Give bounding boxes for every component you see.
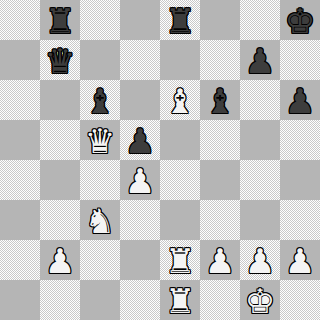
square-d5[interactable]: ♟ bbox=[120, 120, 160, 160]
black-pawn[interactable]: ♟ bbox=[120, 120, 160, 160]
white-pawn[interactable]: ♟ bbox=[240, 240, 280, 280]
black-bishop[interactable]: ♝ bbox=[200, 80, 240, 120]
square-h3[interactable] bbox=[280, 200, 320, 240]
square-c3[interactable]: ♞ bbox=[80, 200, 120, 240]
square-d6[interactable] bbox=[120, 80, 160, 120]
square-a2[interactable] bbox=[0, 240, 40, 280]
square-f2[interactable]: ♟ bbox=[200, 240, 240, 280]
square-a1[interactable] bbox=[0, 280, 40, 320]
square-c6[interactable]: ♝ bbox=[80, 80, 120, 120]
square-b5[interactable] bbox=[40, 120, 80, 160]
square-f5[interactable] bbox=[200, 120, 240, 160]
square-f7[interactable] bbox=[200, 40, 240, 80]
square-a6[interactable] bbox=[0, 80, 40, 120]
square-g2[interactable]: ♟ bbox=[240, 240, 280, 280]
square-g8[interactable] bbox=[240, 0, 280, 40]
square-g6[interactable] bbox=[240, 80, 280, 120]
square-h7[interactable] bbox=[280, 40, 320, 80]
square-g5[interactable] bbox=[240, 120, 280, 160]
chess-board: ♜♜♚♛♟♝♝♝♟♛♟♟♞♟♜♟♟♟♜♚ bbox=[0, 0, 320, 320]
square-d4[interactable]: ♟ bbox=[120, 160, 160, 200]
square-d1[interactable] bbox=[120, 280, 160, 320]
square-g4[interactable] bbox=[240, 160, 280, 200]
square-e7[interactable] bbox=[160, 40, 200, 80]
square-c5[interactable]: ♛ bbox=[80, 120, 120, 160]
square-h8[interactable]: ♚ bbox=[280, 0, 320, 40]
white-pawn[interactable]: ♟ bbox=[120, 160, 160, 200]
square-e1[interactable]: ♜ bbox=[160, 280, 200, 320]
black-rook[interactable]: ♜ bbox=[160, 0, 200, 40]
white-rook[interactable]: ♜ bbox=[160, 240, 200, 280]
black-bishop[interactable]: ♝ bbox=[80, 80, 120, 120]
white-pawn[interactable]: ♟ bbox=[40, 240, 80, 280]
square-b1[interactable] bbox=[40, 280, 80, 320]
square-g1[interactable]: ♚ bbox=[240, 280, 280, 320]
black-pawn[interactable]: ♟ bbox=[280, 80, 320, 120]
square-c8[interactable] bbox=[80, 0, 120, 40]
white-queen[interactable]: ♛ bbox=[80, 120, 120, 160]
square-b4[interactable] bbox=[40, 160, 80, 200]
white-rook[interactable]: ♜ bbox=[160, 280, 200, 320]
square-d3[interactable] bbox=[120, 200, 160, 240]
square-b2[interactable]: ♟ bbox=[40, 240, 80, 280]
square-b7[interactable]: ♛ bbox=[40, 40, 80, 80]
square-a5[interactable] bbox=[0, 120, 40, 160]
square-c1[interactable] bbox=[80, 280, 120, 320]
black-king[interactable]: ♚ bbox=[280, 0, 320, 40]
square-a7[interactable] bbox=[0, 40, 40, 80]
square-d2[interactable] bbox=[120, 240, 160, 280]
black-pawn[interactable]: ♟ bbox=[240, 40, 280, 80]
square-g3[interactable] bbox=[240, 200, 280, 240]
square-b8[interactable]: ♜ bbox=[40, 0, 80, 40]
white-pawn[interactable]: ♟ bbox=[280, 240, 320, 280]
square-e2[interactable]: ♜ bbox=[160, 240, 200, 280]
black-queen[interactable]: ♛ bbox=[40, 40, 80, 80]
square-e5[interactable] bbox=[160, 120, 200, 160]
square-f1[interactable] bbox=[200, 280, 240, 320]
square-h5[interactable] bbox=[280, 120, 320, 160]
square-h6[interactable]: ♟ bbox=[280, 80, 320, 120]
square-c4[interactable] bbox=[80, 160, 120, 200]
square-c2[interactable] bbox=[80, 240, 120, 280]
square-e4[interactable] bbox=[160, 160, 200, 200]
square-h4[interactable] bbox=[280, 160, 320, 200]
white-bishop[interactable]: ♝ bbox=[160, 80, 200, 120]
square-d7[interactable] bbox=[120, 40, 160, 80]
square-d8[interactable] bbox=[120, 0, 160, 40]
square-b6[interactable] bbox=[40, 80, 80, 120]
black-rook[interactable]: ♜ bbox=[40, 0, 80, 40]
square-b3[interactable] bbox=[40, 200, 80, 240]
square-h1[interactable] bbox=[280, 280, 320, 320]
square-f8[interactable] bbox=[200, 0, 240, 40]
white-knight[interactable]: ♞ bbox=[80, 200, 120, 240]
square-f4[interactable] bbox=[200, 160, 240, 200]
square-a4[interactable] bbox=[0, 160, 40, 200]
square-f3[interactable] bbox=[200, 200, 240, 240]
square-c7[interactable] bbox=[80, 40, 120, 80]
square-a8[interactable] bbox=[0, 0, 40, 40]
square-a3[interactable] bbox=[0, 200, 40, 240]
white-king[interactable]: ♚ bbox=[240, 280, 280, 320]
square-e8[interactable]: ♜ bbox=[160, 0, 200, 40]
square-g7[interactable]: ♟ bbox=[240, 40, 280, 80]
square-f6[interactable]: ♝ bbox=[200, 80, 240, 120]
square-h2[interactable]: ♟ bbox=[280, 240, 320, 280]
white-pawn[interactable]: ♟ bbox=[200, 240, 240, 280]
square-e6[interactable]: ♝ bbox=[160, 80, 200, 120]
square-e3[interactable] bbox=[160, 200, 200, 240]
